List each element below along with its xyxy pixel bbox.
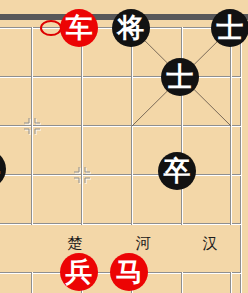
red-horse-piece[interactable]: 马 (110, 253, 148, 291)
xiangqi-board[interactable]: 楚 河 汉 车将士士卒卒兵马 (0, 0, 248, 293)
black-advisor-2-piece[interactable]: 士 (161, 58, 199, 96)
black-general-piece[interactable]: 将 (112, 9, 150, 47)
black-advisor-1-piece[interactable]: 士 (211, 9, 248, 47)
red-soldier-piece[interactable]: 兵 (60, 253, 98, 291)
red-chariot-piece[interactable]: 车 (60, 9, 98, 47)
move-origin-circle-icon (41, 21, 61, 35)
black-soldier-e-piece[interactable]: 卒 (158, 152, 196, 190)
